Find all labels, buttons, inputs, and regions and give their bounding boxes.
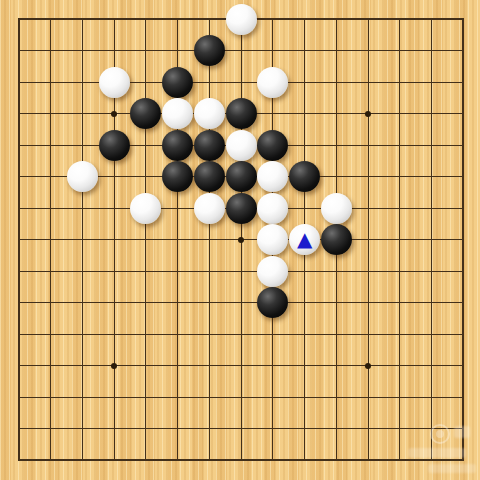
grid-line bbox=[399, 18, 400, 461]
star-point bbox=[365, 363, 371, 369]
stone-black bbox=[226, 98, 257, 129]
stone-black bbox=[321, 224, 352, 255]
grid-line bbox=[18, 334, 464, 335]
stone-black bbox=[99, 130, 130, 161]
grid-line bbox=[18, 397, 464, 398]
stone-black bbox=[194, 161, 225, 192]
stone-white bbox=[257, 256, 288, 287]
watermark-text-line bbox=[428, 464, 476, 473]
star-point bbox=[111, 363, 117, 369]
grid-line bbox=[431, 18, 432, 461]
last-move-triangle-marker: ▲ bbox=[297, 229, 312, 249]
grid-line bbox=[18, 365, 464, 366]
star-point bbox=[111, 111, 117, 117]
stone-white bbox=[99, 67, 130, 98]
stone-black bbox=[194, 35, 225, 66]
star-point bbox=[365, 111, 371, 117]
stone-white bbox=[257, 224, 288, 255]
stone-white bbox=[257, 67, 288, 98]
stone-black bbox=[194, 130, 225, 161]
watermark-logo-icon bbox=[430, 424, 450, 444]
stone-white: ▲ bbox=[289, 224, 320, 255]
stone-white bbox=[67, 161, 98, 192]
stone-black bbox=[162, 130, 193, 161]
stone-white bbox=[162, 98, 193, 129]
stone-white bbox=[226, 130, 257, 161]
watermark-text-line bbox=[408, 448, 466, 458]
stone-white bbox=[194, 193, 225, 224]
stone-black bbox=[162, 67, 193, 98]
star-point bbox=[238, 237, 244, 243]
stone-black bbox=[130, 98, 161, 129]
stone-white bbox=[130, 193, 161, 224]
grid-line bbox=[18, 428, 464, 429]
stone-black bbox=[289, 161, 320, 192]
stone-white bbox=[321, 193, 352, 224]
stone-black bbox=[226, 161, 257, 192]
grid-line bbox=[368, 18, 369, 461]
go-board[interactable]: ▲ bbox=[0, 0, 480, 480]
stone-black bbox=[226, 193, 257, 224]
stone-black bbox=[162, 161, 193, 192]
stone-black bbox=[257, 287, 288, 318]
stone-white bbox=[257, 161, 288, 192]
board-border-line bbox=[18, 459, 464, 461]
stone-white bbox=[194, 98, 225, 129]
grid-line bbox=[18, 302, 464, 303]
stone-black bbox=[257, 130, 288, 161]
grid-line bbox=[18, 271, 464, 272]
stone-white bbox=[257, 193, 288, 224]
board-border-line bbox=[462, 18, 464, 461]
stone-white bbox=[226, 4, 257, 35]
